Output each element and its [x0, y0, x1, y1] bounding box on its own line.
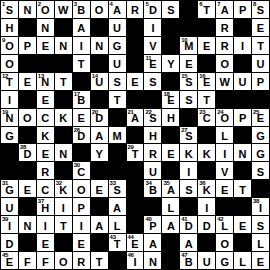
cell-r6-c13[interactable]: P: [234, 109, 251, 126]
cell-r0-c9[interactable]: S: [162, 1, 179, 18]
cell-letter: A: [113, 203, 121, 214]
cell-r12-c9[interactable]: A: [162, 216, 179, 233]
cell-r2-c0[interactable]: 9O: [1, 37, 18, 54]
block-r13-c9: [162, 234, 179, 251]
cell-letter: U: [95, 77, 103, 88]
cell-r14-c0[interactable]: 45E: [1, 252, 18, 269]
clue-number: 23: [199, 109, 205, 115]
cell-r8-c9[interactable]: E: [162, 144, 179, 161]
cell-r2-c8[interactable]: V: [144, 37, 161, 54]
cell-r10-c3[interactable]: 32K: [55, 180, 72, 197]
cell-r8-c7[interactable]: 29T: [127, 144, 144, 161]
cell-letter: E: [78, 239, 85, 250]
cell-letter: L: [239, 257, 246, 268]
cell-letter: T: [203, 95, 210, 106]
cell-r5-c2[interactable]: E: [37, 91, 54, 108]
crossword-grid: 1SN2OW3BO4AR5DS6T7AP8SHNAUIRE9OPENINGV10…: [0, 0, 270, 270]
cell-letter: N: [239, 149, 247, 160]
clue-number: 9: [2, 37, 5, 43]
cell-letter: N: [41, 23, 49, 34]
cell-r8-c10[interactable]: K: [180, 144, 197, 161]
cell-r10-c9[interactable]: 35A: [162, 180, 179, 197]
cell-letter: I: [62, 203, 65, 214]
cell-r11-c0[interactable]: U: [1, 198, 18, 215]
cell-letter: I: [80, 221, 83, 232]
cell-r8-c2[interactable]: E: [37, 144, 54, 161]
cell-letter: S: [257, 167, 264, 178]
cell-r8-c12[interactable]: I: [216, 144, 233, 161]
cell-r7-c6[interactable]: M: [109, 127, 126, 144]
cell-r10-c12[interactable]: E: [216, 180, 233, 197]
cell-r2-c10[interactable]: 10M: [180, 37, 197, 54]
cell-r12-c4[interactable]: I: [73, 216, 90, 233]
block-r9-c5: [91, 162, 108, 179]
cell-r3-c9[interactable]: Y: [162, 55, 179, 72]
cell-r6-c2[interactable]: C: [37, 109, 54, 126]
cell-r11-c2[interactable]: 37H: [37, 198, 54, 215]
cell-r9-c10[interactable]: I: [180, 162, 197, 179]
cell-r13-c7[interactable]: 44E: [127, 234, 144, 251]
cell-r8-c5[interactable]: Y: [91, 144, 108, 161]
cell-r2-c13[interactable]: I: [234, 37, 251, 54]
cell-r14-c14[interactable]: E: [252, 252, 269, 269]
block-r11-c12: [216, 198, 233, 215]
cell-letter: S: [113, 185, 120, 196]
cell-r10-c13[interactable]: T: [234, 180, 251, 197]
block-r14-c6: [109, 252, 126, 269]
cell-r7-c10[interactable]: 27S: [180, 127, 197, 144]
clue-number: 7: [217, 1, 220, 7]
cell-r13-c14[interactable]: L: [252, 234, 269, 251]
cell-r10-c8[interactable]: 34B: [144, 180, 161, 197]
cell-letter: C: [77, 167, 85, 178]
cell-r13-c6[interactable]: 43T: [109, 234, 126, 251]
cell-letter: U: [5, 203, 13, 214]
cell-r2-c6[interactable]: G: [109, 37, 126, 54]
cell-r12-c14[interactable]: S: [252, 216, 269, 233]
cell-r6-c1[interactable]: O: [19, 109, 36, 126]
block-r11-c5: [91, 198, 108, 215]
cell-r8-c8[interactable]: R: [144, 144, 161, 161]
cell-r4-c8[interactable]: S: [144, 73, 161, 90]
cell-letter: S: [149, 77, 156, 88]
cell-r7-c14[interactable]: G: [252, 127, 269, 144]
cell-r4-c12[interactable]: W: [216, 73, 233, 90]
cell-r5-c9[interactable]: 18E: [162, 91, 179, 108]
cell-r14-c13[interactable]: L: [234, 252, 251, 269]
block-r7-c11: [198, 127, 215, 144]
cell-letter: O: [77, 185, 86, 196]
cell-r8-c11[interactable]: K: [198, 144, 215, 161]
cell-letter: P: [257, 77, 264, 88]
cell-letter: E: [257, 257, 264, 268]
cell-r8-c14[interactable]: G: [252, 144, 269, 161]
cell-letter: U: [113, 59, 121, 70]
block-r9-c0: [1, 162, 18, 179]
cell-letter: S: [149, 113, 156, 124]
cell-r4-c5[interactable]: 14U: [91, 73, 108, 90]
cell-r13-c0[interactable]: D: [1, 234, 18, 251]
cell-r9-c8[interactable]: U: [144, 162, 161, 179]
cell-letter: B: [185, 257, 193, 268]
cell-letter: K: [203, 185, 211, 196]
block-r7-c13: [234, 127, 251, 144]
block-r1-c3: [55, 19, 72, 36]
block-r3-c5: [91, 55, 108, 72]
cell-r5-c6[interactable]: T: [109, 91, 126, 108]
cell-letter: N: [59, 149, 67, 160]
cell-letter: A: [185, 239, 193, 250]
cell-r10-c10[interactable]: S: [180, 180, 197, 197]
cell-letter: U: [239, 77, 247, 88]
block-r3-c3: [55, 55, 72, 72]
block-r12-c7: [127, 216, 144, 233]
cell-r11-c11[interactable]: I: [198, 198, 215, 215]
cell-letter: P: [149, 221, 156, 232]
cell-r4-c13[interactable]: U: [234, 73, 251, 90]
cell-r1-c6[interactable]: U: [109, 19, 126, 36]
cell-r10-c5[interactable]: E: [91, 180, 108, 197]
cell-r1-c4[interactable]: A: [73, 19, 90, 36]
cell-r6-c4[interactable]: E: [73, 109, 90, 126]
cell-r13-c2[interactable]: E: [37, 234, 54, 251]
cell-r12-c3[interactable]: T: [55, 216, 72, 233]
cell-r3-c12[interactable]: O: [216, 55, 233, 72]
cell-letter: N: [95, 41, 103, 52]
cell-r14-c12[interactable]: G: [216, 252, 233, 269]
cell-letter: M: [184, 41, 193, 52]
cell-letter: K: [59, 185, 67, 196]
cell-r2-c2[interactable]: E: [37, 37, 54, 54]
cell-letter: K: [59, 113, 67, 124]
cell-r9-c2[interactable]: R: [37, 162, 54, 179]
cell-r2-c12[interactable]: R: [216, 37, 233, 54]
cell-r4-c2[interactable]: 13N: [37, 73, 54, 90]
cell-letter: I: [8, 95, 11, 106]
cell-r10-c1[interactable]: E: [19, 180, 36, 197]
clue-number: 30: [74, 162, 80, 168]
cell-r0-c8[interactable]: 5D: [144, 1, 161, 18]
clue-number: 2: [38, 1, 41, 7]
cell-r2-c5[interactable]: N: [91, 37, 108, 54]
cell-r12-c8[interactable]: 40P: [144, 216, 161, 233]
cell-r13-c10[interactable]: A: [180, 234, 197, 251]
cell-r10-c11[interactable]: 36K: [198, 180, 215, 197]
cell-letter: E: [6, 257, 13, 268]
cell-letter: N: [5, 113, 13, 124]
cell-letter: T: [239, 185, 246, 196]
clue-number: 21: [128, 109, 134, 115]
cell-r6-c8[interactable]: 22S: [144, 109, 161, 126]
cell-r12-c5[interactable]: A: [91, 216, 108, 233]
cell-r2-c3[interactable]: N: [55, 37, 72, 54]
cell-r12-c0[interactable]: 39I: [1, 216, 18, 233]
block-r11-c13: [234, 198, 251, 215]
cell-letter: D: [203, 221, 211, 232]
cell-letter: P: [239, 5, 246, 16]
cell-letter: K: [185, 149, 193, 160]
cell-letter: E: [221, 185, 228, 196]
cell-r5-c4[interactable]: 17B: [73, 91, 90, 108]
cell-r3-c10[interactable]: E: [180, 55, 197, 72]
cell-r1-c0[interactable]: H: [1, 19, 18, 36]
clue-number: 29: [128, 144, 134, 150]
cell-letter: E: [95, 185, 102, 196]
clue-number: 19: [2, 109, 8, 115]
cell-r0-c7[interactable]: R: [127, 1, 144, 18]
cell-letter: P: [78, 203, 85, 214]
cell-r4-c0[interactable]: 12T: [1, 73, 18, 90]
cell-r10-c4[interactable]: O: [73, 180, 90, 197]
cell-r6-c0[interactable]: 19N: [1, 109, 18, 126]
cell-letter: P: [24, 41, 31, 52]
clue-number: 18: [163, 91, 169, 97]
clue-number: 8: [253, 1, 256, 7]
cell-r7-c5[interactable]: A: [91, 127, 108, 144]
cell-r2-c11[interactable]: E: [198, 37, 215, 54]
cell-letter: R: [221, 23, 229, 34]
cell-r0-c0[interactable]: 1S: [1, 1, 18, 18]
cell-letter: E: [149, 59, 156, 70]
cell-letter: E: [257, 23, 264, 34]
cell-r6-c11[interactable]: 23C: [198, 109, 215, 126]
cell-letter: S: [6, 5, 13, 16]
cell-r12-c2[interactable]: I: [37, 216, 54, 233]
block-r5-c5: [91, 91, 108, 108]
block-r10-c7: [127, 180, 144, 197]
block-r8-c6: [109, 144, 126, 161]
cell-r3-c6[interactable]: U: [109, 55, 126, 72]
block-r4-c9: [162, 73, 179, 90]
cell-letter: O: [41, 5, 50, 16]
cell-letter: E: [239, 221, 246, 232]
cell-r4-c11[interactable]: 16E: [198, 73, 215, 90]
block-r13-c5: [91, 234, 108, 251]
cell-r6-c3[interactable]: K: [55, 109, 72, 126]
cell-r13-c8[interactable]: A: [144, 234, 161, 251]
clue-number: 5: [145, 1, 148, 7]
clue-number: 44: [128, 234, 134, 240]
cell-r6-c14[interactable]: 25E: [252, 109, 269, 126]
cell-r11-c6[interactable]: A: [109, 198, 126, 215]
cell-r3-c4[interactable]: T: [73, 55, 90, 72]
crossword-puzzle: 1SN2OW3BO4AR5DS6T7AP8SHNAUIRE9OPENINGV10…: [0, 0, 270, 270]
cell-r1-c14[interactable]: E: [252, 19, 269, 36]
cell-letter: U: [257, 59, 265, 70]
cell-letter: N: [23, 221, 31, 232]
cell-letter: K: [41, 131, 49, 142]
cell-letter: S: [257, 221, 264, 232]
cell-letter: A: [167, 185, 175, 196]
cell-letter: O: [95, 5, 104, 16]
cell-r0-c3[interactable]: W: [55, 1, 72, 18]
block-r1-c7: [127, 19, 144, 36]
cell-letter: T: [203, 5, 210, 16]
block-r9-c1: [19, 162, 36, 179]
cell-letter: S: [185, 95, 192, 106]
cell-letter: E: [185, 59, 192, 70]
cell-letter: D: [95, 113, 103, 124]
block-r1-c5: [91, 19, 108, 36]
cell-r0-c4[interactable]: 3B: [73, 1, 90, 18]
block-r13-c1: [19, 234, 36, 251]
cell-r14-c8[interactable]: N: [144, 252, 161, 269]
cell-r0-c2[interactable]: 2O: [37, 1, 54, 18]
cell-r12-c11[interactable]: D: [198, 216, 215, 233]
cell-letter: S: [167, 5, 174, 16]
cell-letter: G: [113, 41, 122, 52]
cell-letter: L: [257, 239, 264, 250]
cell-r7-c8[interactable]: H: [144, 127, 161, 144]
cell-r8-c13[interactable]: N: [234, 144, 251, 161]
clue-number: 16: [199, 73, 205, 79]
cell-r7-c2[interactable]: K: [37, 127, 54, 144]
cell-r0-c6[interactable]: 4A: [109, 1, 126, 18]
cell-r12-c6[interactable]: L: [109, 216, 126, 233]
cell-letter: T: [114, 239, 121, 250]
clue-number: 22: [145, 109, 151, 115]
cell-letter: T: [114, 95, 121, 106]
cell-letter: O: [59, 257, 68, 268]
cell-r4-c6[interactable]: S: [109, 73, 126, 90]
cell-r5-c0[interactable]: I: [1, 91, 18, 108]
block-r5-c14: [252, 91, 269, 108]
cell-r13-c12[interactable]: O: [216, 234, 233, 251]
cell-r11-c4[interactable]: P: [73, 198, 90, 215]
cell-letter: T: [78, 59, 85, 70]
cell-r7-c4[interactable]: 26D: [73, 127, 90, 144]
cell-letter: Y: [167, 59, 174, 70]
clue-number: 47: [181, 252, 187, 258]
block-r3-c13: [234, 55, 251, 72]
cell-r9-c12[interactable]: V: [216, 162, 233, 179]
cell-r14-c4[interactable]: R: [73, 252, 90, 269]
clue-number: 15: [181, 73, 187, 79]
cell-r5-c10[interactable]: S: [180, 91, 197, 108]
cell-r0-c11[interactable]: 6T: [198, 1, 215, 18]
cell-r6-c7[interactable]: 21A: [127, 109, 144, 126]
cell-r3-c0[interactable]: O: [1, 55, 18, 72]
cell-r4-c3[interactable]: T: [55, 73, 72, 90]
cell-r12-c13[interactable]: E: [234, 216, 251, 233]
cell-r14-c7[interactable]: 46I: [127, 252, 144, 269]
cell-r4-c14[interactable]: P: [252, 73, 269, 90]
cell-letter: V: [221, 167, 228, 178]
cell-r2-c14[interactable]: T: [252, 37, 269, 54]
cell-r12-c12[interactable]: 42L: [216, 216, 233, 233]
cell-r11-c3[interactable]: I: [55, 198, 72, 215]
block-r8-c4: [73, 144, 90, 161]
cell-letter: I: [187, 167, 190, 178]
cell-r2-c1[interactable]: P: [19, 37, 36, 54]
cell-r0-c13[interactable]: P: [234, 1, 251, 18]
cell-r10-c6[interactable]: 33S: [109, 180, 126, 197]
cell-r3-c14[interactable]: U: [252, 55, 269, 72]
cell-r1-c2[interactable]: N: [37, 19, 54, 36]
cell-letter: I: [133, 257, 136, 268]
cell-letter: A: [167, 221, 175, 232]
block-r10-c14: [252, 180, 269, 197]
cell-r14-c1[interactable]: F: [19, 252, 36, 269]
cell-r4-c1[interactable]: E: [19, 73, 36, 90]
cell-letter: E: [203, 77, 210, 88]
cell-r14-c2[interactable]: F: [37, 252, 54, 269]
clue-number: 46: [128, 252, 134, 258]
cell-r4-c10[interactable]: 15S: [180, 73, 197, 90]
cell-letter: S: [185, 77, 192, 88]
cell-r0-c5[interactable]: O: [91, 1, 108, 18]
cell-r14-c11[interactable]: U: [198, 252, 215, 269]
cell-r6-c9[interactable]: H: [162, 109, 179, 126]
cell-letter: E: [24, 185, 31, 196]
cell-r14-c3[interactable]: O: [55, 252, 72, 269]
cell-r5-c11[interactable]: T: [198, 91, 215, 108]
cell-letter: E: [42, 239, 49, 250]
cell-r1-c8[interactable]: I: [144, 19, 161, 36]
cell-r11-c14[interactable]: 38I: [252, 198, 269, 215]
cell-letter: D: [5, 239, 13, 250]
cell-r10-c2[interactable]: C: [37, 180, 54, 197]
clue-number: 6: [199, 1, 202, 7]
cell-r7-c0[interactable]: G: [1, 127, 18, 144]
block-r1-c10: [180, 19, 197, 36]
block-r11-c1: [19, 198, 36, 215]
cell-r8-c1[interactable]: 28D: [19, 144, 36, 161]
clue-number: 17: [74, 91, 80, 97]
cell-r6-c5[interactable]: 20D: [91, 109, 108, 126]
cell-r12-c1[interactable]: N: [19, 216, 36, 233]
clue-number: 37: [38, 198, 44, 204]
cell-r7-c12[interactable]: L: [216, 127, 233, 144]
cell-letter: T: [60, 221, 67, 232]
block-r1-c1: [19, 19, 36, 36]
cell-r6-c12[interactable]: 24O: [216, 109, 233, 126]
cell-r9-c14[interactable]: S: [252, 162, 269, 179]
cell-letter: O: [220, 113, 229, 124]
cell-r14-c5[interactable]: T: [91, 252, 108, 269]
block-r7-c9: [162, 127, 179, 144]
cell-r10-c0[interactable]: 31G: [1, 180, 18, 197]
cell-r0-c14[interactable]: 8S: [252, 1, 269, 18]
cell-r4-c7[interactable]: E: [127, 73, 144, 90]
block-r1-c11: [198, 19, 215, 36]
cell-letter: R: [221, 41, 229, 52]
cell-letter: L: [221, 221, 228, 232]
clue-number: 13: [38, 73, 44, 79]
cell-r9-c4[interactable]: 30C: [73, 162, 90, 179]
cell-r14-c10[interactable]: 47B: [180, 252, 197, 269]
block-r6-c10: [180, 109, 197, 126]
cell-letter: A: [113, 5, 121, 16]
cell-r12-c10[interactable]: 41D: [180, 216, 197, 233]
cell-r8-c3[interactable]: N: [55, 144, 72, 161]
cell-r11-c9[interactable]: L: [162, 198, 179, 215]
clue-number: 33: [110, 180, 116, 186]
clue-number: 24: [217, 109, 223, 115]
clue-number: 4: [110, 1, 113, 7]
cell-r0-c12[interactable]: 7A: [216, 1, 233, 18]
clue-number: 36: [199, 180, 205, 186]
cell-letter: K: [203, 149, 211, 160]
cell-r0-c1[interactable]: N: [19, 1, 36, 18]
cell-r13-c4[interactable]: E: [73, 234, 90, 251]
cell-r2-c4[interactable]: I: [73, 37, 90, 54]
cell-r1-c12[interactable]: R: [216, 19, 233, 36]
cell-letter: B: [77, 5, 85, 16]
block-r14-c9: [162, 252, 179, 269]
cell-r3-c8[interactable]: 11E: [144, 55, 161, 72]
block-r7-c3: [55, 127, 72, 144]
